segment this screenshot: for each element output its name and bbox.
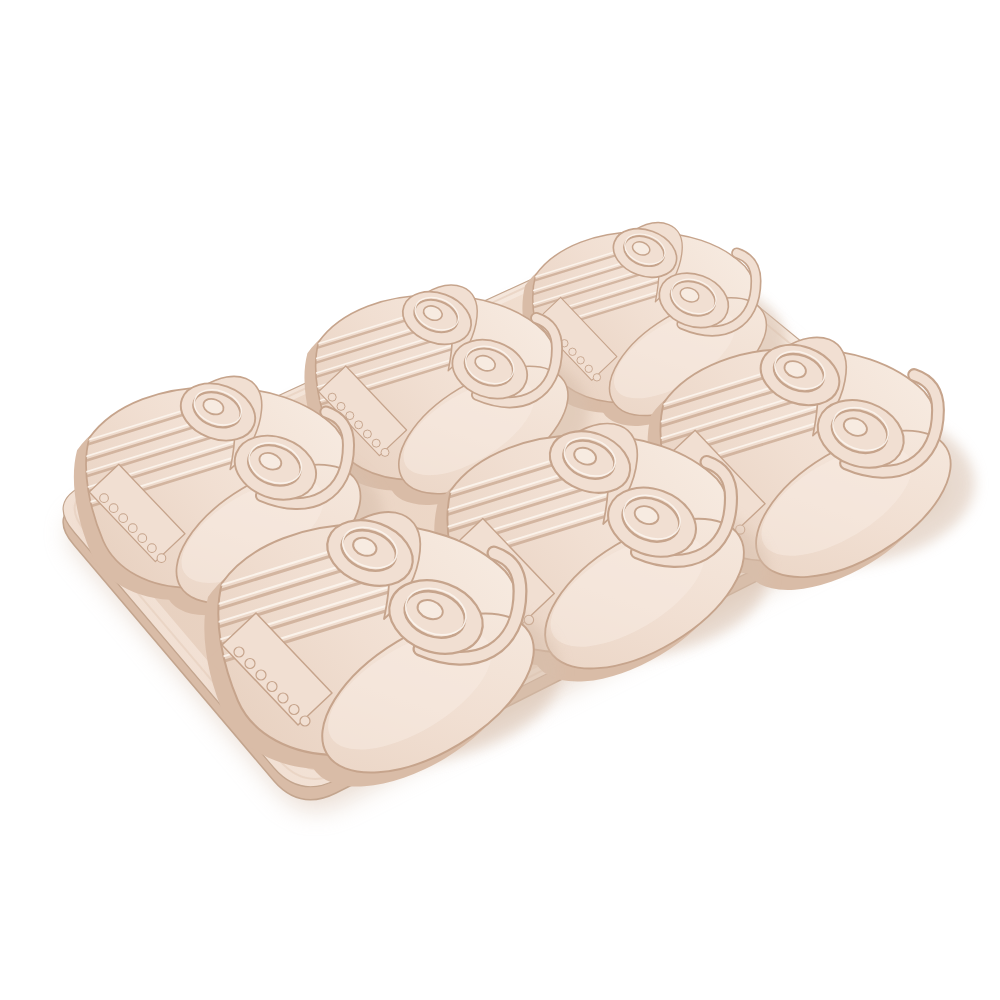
product-photo [0, 0, 1000, 1000]
silicone-owl-mold-photo [0, 0, 1000, 1000]
mold-cavity-front-left [204, 509, 560, 819]
